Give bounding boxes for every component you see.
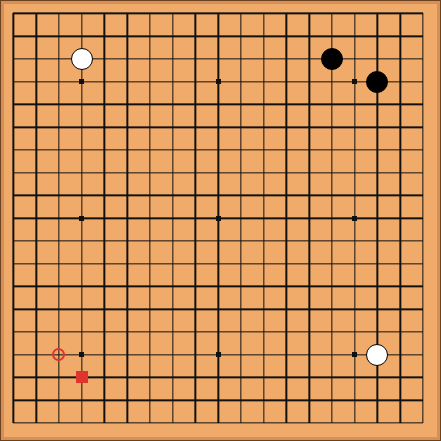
intersection-A16[interactable] (2, 70, 25, 93)
intersection-O14[interactable] (298, 116, 321, 139)
intersection-P13[interactable] (321, 139, 344, 162)
intersection-P1[interactable] (321, 412, 344, 435)
intersection-G3[interactable] (139, 366, 162, 389)
intersection-O15[interactable] (298, 93, 321, 116)
intersection-R2[interactable] (366, 389, 389, 412)
intersection-P7[interactable] (321, 275, 344, 298)
intersection-C5[interactable] (48, 321, 71, 344)
intersection-D10[interactable] (70, 207, 93, 230)
intersection-S2[interactable] (389, 389, 412, 412)
intersection-R15[interactable] (366, 93, 389, 116)
intersection-B1[interactable] (25, 412, 48, 435)
intersection-O6[interactable] (298, 298, 321, 321)
intersection-Q6[interactable] (343, 298, 366, 321)
intersection-R10[interactable] (366, 207, 389, 230)
intersection-O8[interactable] (298, 252, 321, 275)
intersection-A11[interactable] (2, 184, 25, 207)
intersection-L3[interactable] (230, 366, 253, 389)
intersection-E9[interactable] (93, 230, 116, 253)
intersection-M17[interactable] (252, 48, 275, 71)
intersection-H12[interactable] (161, 161, 184, 184)
intersection-J5[interactable] (184, 321, 207, 344)
intersection-L5[interactable] (230, 321, 253, 344)
intersection-T10[interactable] (412, 207, 435, 230)
intersection-T3[interactable] (412, 366, 435, 389)
intersection-M15[interactable] (252, 93, 275, 116)
intersection-C4[interactable] (48, 343, 71, 366)
intersection-L18[interactable] (230, 25, 253, 48)
intersection-D15[interactable] (70, 93, 93, 116)
intersection-M5[interactable] (252, 321, 275, 344)
intersection-T5[interactable] (412, 321, 435, 344)
intersection-J1[interactable] (184, 412, 207, 435)
intersection-G9[interactable] (139, 230, 162, 253)
intersection-N4[interactable] (275, 343, 298, 366)
intersection-N2[interactable] (275, 389, 298, 412)
intersection-M8[interactable] (252, 252, 275, 275)
intersection-B17[interactable] (25, 48, 48, 71)
intersection-E3[interactable] (93, 366, 116, 389)
intersection-M18[interactable] (252, 25, 275, 48)
intersection-F15[interactable] (116, 93, 139, 116)
intersection-L16[interactable] (230, 70, 253, 93)
intersection-M14[interactable] (252, 116, 275, 139)
intersection-M11[interactable] (252, 184, 275, 207)
intersection-F4[interactable] (116, 343, 139, 366)
intersection-J12[interactable] (184, 161, 207, 184)
intersection-S17[interactable] (389, 48, 412, 71)
intersection-P2[interactable] (321, 389, 344, 412)
intersection-O4[interactable] (298, 343, 321, 366)
intersection-N7[interactable] (275, 275, 298, 298)
intersection-K5[interactable] (207, 321, 230, 344)
intersection-N16[interactable] (275, 70, 298, 93)
intersection-M9[interactable] (252, 230, 275, 253)
intersection-K11[interactable] (207, 184, 230, 207)
intersection-E8[interactable] (93, 252, 116, 275)
intersection-G1[interactable] (139, 412, 162, 435)
intersection-B14[interactable] (25, 116, 48, 139)
intersection-P16[interactable] (321, 70, 344, 93)
intersection-G15[interactable] (139, 93, 162, 116)
intersection-E4[interactable] (93, 343, 116, 366)
intersection-H4[interactable] (161, 343, 184, 366)
intersection-Q3[interactable] (343, 366, 366, 389)
intersection-J3[interactable] (184, 366, 207, 389)
intersection-P9[interactable] (321, 230, 344, 253)
intersection-J11[interactable] (184, 184, 207, 207)
intersection-K4[interactable] (207, 343, 230, 366)
intersection-M1[interactable] (252, 412, 275, 435)
intersection-K14[interactable] (207, 116, 230, 139)
intersection-J16[interactable] (184, 70, 207, 93)
intersection-T8[interactable] (412, 252, 435, 275)
intersection-L1[interactable] (230, 412, 253, 435)
intersection-O11[interactable] (298, 184, 321, 207)
intersection-E10[interactable] (93, 207, 116, 230)
intersection-G16[interactable] (139, 70, 162, 93)
intersection-A14[interactable] (2, 116, 25, 139)
intersection-R9[interactable] (366, 230, 389, 253)
intersection-K3[interactable] (207, 366, 230, 389)
intersection-B11[interactable] (25, 184, 48, 207)
intersection-Q15[interactable] (343, 93, 366, 116)
intersection-D13[interactable] (70, 139, 93, 162)
intersection-O9[interactable] (298, 230, 321, 253)
intersection-A2[interactable] (2, 389, 25, 412)
intersection-Q12[interactable] (343, 161, 366, 184)
intersection-G5[interactable] (139, 321, 162, 344)
intersection-F2[interactable] (116, 389, 139, 412)
intersection-G17[interactable] (139, 48, 162, 71)
intersection-R13[interactable] (366, 139, 389, 162)
intersection-L15[interactable] (230, 93, 253, 116)
intersection-B19[interactable] (25, 2, 48, 25)
intersection-E15[interactable] (93, 93, 116, 116)
intersection-L19[interactable] (230, 2, 253, 25)
intersection-C11[interactable] (48, 184, 71, 207)
intersection-T15[interactable] (412, 93, 435, 116)
intersection-D6[interactable] (70, 298, 93, 321)
intersection-T9[interactable] (412, 230, 435, 253)
intersection-Q4[interactable] (343, 343, 366, 366)
intersection-S14[interactable] (389, 116, 412, 139)
intersection-L9[interactable] (230, 230, 253, 253)
intersection-B6[interactable] (25, 298, 48, 321)
intersection-G6[interactable] (139, 298, 162, 321)
intersection-O5[interactable] (298, 321, 321, 344)
intersection-M4[interactable] (252, 343, 275, 366)
intersection-A15[interactable] (2, 93, 25, 116)
intersection-Q13[interactable] (343, 139, 366, 162)
intersection-H2[interactable] (161, 389, 184, 412)
intersection-E6[interactable] (93, 298, 116, 321)
intersection-K17[interactable] (207, 48, 230, 71)
intersection-A4[interactable] (2, 343, 25, 366)
intersection-N10[interactable] (275, 207, 298, 230)
intersection-D3[interactable] (70, 366, 93, 389)
intersection-P8[interactable] (321, 252, 344, 275)
intersection-J18[interactable] (184, 25, 207, 48)
intersection-M10[interactable] (252, 207, 275, 230)
intersection-L6[interactable] (230, 298, 253, 321)
intersection-S11[interactable] (389, 184, 412, 207)
intersection-O17[interactable] (298, 48, 321, 71)
intersection-R17[interactable] (366, 48, 389, 71)
intersection-D1[interactable] (70, 412, 93, 435)
intersection-K6[interactable] (207, 298, 230, 321)
intersection-G18[interactable] (139, 25, 162, 48)
intersection-M7[interactable] (252, 275, 275, 298)
intersection-D18[interactable] (70, 25, 93, 48)
intersection-B16[interactable] (25, 70, 48, 93)
intersection-G11[interactable] (139, 184, 162, 207)
intersection-S19[interactable] (389, 2, 412, 25)
intersection-S4[interactable] (389, 343, 412, 366)
intersection-F18[interactable] (116, 25, 139, 48)
intersection-K7[interactable] (207, 275, 230, 298)
intersection-E12[interactable] (93, 161, 116, 184)
intersection-E5[interactable] (93, 321, 116, 344)
intersection-T11[interactable] (412, 184, 435, 207)
intersection-K10[interactable] (207, 207, 230, 230)
intersection-O18[interactable] (298, 25, 321, 48)
intersection-F16[interactable] (116, 70, 139, 93)
intersection-E1[interactable] (93, 412, 116, 435)
intersection-S10[interactable] (389, 207, 412, 230)
intersection-F6[interactable] (116, 298, 139, 321)
intersection-T1[interactable] (412, 412, 435, 435)
intersection-G2[interactable] (139, 389, 162, 412)
intersection-N8[interactable] (275, 252, 298, 275)
intersection-R8[interactable] (366, 252, 389, 275)
intersection-J8[interactable] (184, 252, 207, 275)
intersection-D4[interactable] (70, 343, 93, 366)
intersection-C16[interactable] (48, 70, 71, 93)
intersection-J19[interactable] (184, 2, 207, 25)
intersection-Q7[interactable] (343, 275, 366, 298)
intersection-N15[interactable] (275, 93, 298, 116)
intersection-N11[interactable] (275, 184, 298, 207)
intersection-J7[interactable] (184, 275, 207, 298)
intersection-T18[interactable] (412, 25, 435, 48)
intersection-B4[interactable] (25, 343, 48, 366)
intersection-A19[interactable] (2, 2, 25, 25)
intersection-R12[interactable] (366, 161, 389, 184)
intersection-T6[interactable] (412, 298, 435, 321)
intersection-A1[interactable] (2, 412, 25, 435)
intersection-P12[interactable] (321, 161, 344, 184)
intersection-H3[interactable] (161, 366, 184, 389)
intersection-F12[interactable] (116, 161, 139, 184)
intersection-G10[interactable] (139, 207, 162, 230)
intersection-D11[interactable] (70, 184, 93, 207)
intersection-G19[interactable] (139, 2, 162, 25)
intersection-K1[interactable] (207, 412, 230, 435)
intersection-F10[interactable] (116, 207, 139, 230)
intersection-K9[interactable] (207, 230, 230, 253)
intersection-J9[interactable] (184, 230, 207, 253)
intersection-K8[interactable] (207, 252, 230, 275)
intersection-B15[interactable] (25, 93, 48, 116)
intersection-C1[interactable] (48, 412, 71, 435)
intersection-P11[interactable] (321, 184, 344, 207)
intersection-F19[interactable] (116, 2, 139, 25)
intersection-K15[interactable] (207, 93, 230, 116)
intersection-T2[interactable] (412, 389, 435, 412)
intersection-P18[interactable] (321, 25, 344, 48)
intersection-F13[interactable] (116, 139, 139, 162)
intersection-S15[interactable] (389, 93, 412, 116)
intersection-J6[interactable] (184, 298, 207, 321)
intersection-Q5[interactable] (343, 321, 366, 344)
intersection-G12[interactable] (139, 161, 162, 184)
intersection-O3[interactable] (298, 366, 321, 389)
intersection-A7[interactable] (2, 275, 25, 298)
intersection-H10[interactable] (161, 207, 184, 230)
intersection-F7[interactable] (116, 275, 139, 298)
intersection-R11[interactable] (366, 184, 389, 207)
intersection-H1[interactable] (161, 412, 184, 435)
intersection-L12[interactable] (230, 161, 253, 184)
intersection-J2[interactable] (184, 389, 207, 412)
intersection-Q2[interactable] (343, 389, 366, 412)
intersection-M6[interactable] (252, 298, 275, 321)
intersection-E13[interactable] (93, 139, 116, 162)
intersection-A8[interactable] (2, 252, 25, 275)
intersection-A18[interactable] (2, 25, 25, 48)
intersection-K18[interactable] (207, 25, 230, 48)
intersection-L2[interactable] (230, 389, 253, 412)
intersection-B8[interactable] (25, 252, 48, 275)
intersection-B5[interactable] (25, 321, 48, 344)
intersection-A5[interactable] (2, 321, 25, 344)
intersection-J17[interactable] (184, 48, 207, 71)
intersection-B18[interactable] (25, 25, 48, 48)
intersection-P15[interactable] (321, 93, 344, 116)
intersection-Q16[interactable] (343, 70, 366, 93)
intersection-D14[interactable] (70, 116, 93, 139)
intersection-C18[interactable] (48, 25, 71, 48)
intersection-B9[interactable] (25, 230, 48, 253)
intersection-T16[interactable] (412, 70, 435, 93)
intersection-T12[interactable] (412, 161, 435, 184)
intersection-K2[interactable] (207, 389, 230, 412)
intersection-A10[interactable] (2, 207, 25, 230)
intersection-J4[interactable] (184, 343, 207, 366)
intersection-R6[interactable] (366, 298, 389, 321)
intersection-B7[interactable] (25, 275, 48, 298)
intersection-C13[interactable] (48, 139, 71, 162)
intersection-R16[interactable] (366, 70, 389, 93)
intersection-O7[interactable] (298, 275, 321, 298)
intersection-J10[interactable] (184, 207, 207, 230)
intersection-A6[interactable] (2, 298, 25, 321)
intersection-N12[interactable] (275, 161, 298, 184)
intersection-S1[interactable] (389, 412, 412, 435)
intersection-Q17[interactable] (343, 48, 366, 71)
intersection-A3[interactable] (2, 366, 25, 389)
intersection-Q1[interactable] (343, 412, 366, 435)
intersection-S13[interactable] (389, 139, 412, 162)
intersection-D12[interactable] (70, 161, 93, 184)
intersection-F17[interactable] (116, 48, 139, 71)
intersection-L10[interactable] (230, 207, 253, 230)
intersection-O16[interactable] (298, 70, 321, 93)
intersection-R14[interactable] (366, 116, 389, 139)
intersection-N14[interactable] (275, 116, 298, 139)
intersection-H19[interactable] (161, 2, 184, 25)
intersection-C12[interactable] (48, 161, 71, 184)
intersection-T7[interactable] (412, 275, 435, 298)
intersection-M13[interactable] (252, 139, 275, 162)
intersection-P14[interactable] (321, 116, 344, 139)
intersection-T17[interactable] (412, 48, 435, 71)
intersection-S6[interactable] (389, 298, 412, 321)
intersection-C10[interactable] (48, 207, 71, 230)
intersection-A13[interactable] (2, 139, 25, 162)
intersection-J14[interactable] (184, 116, 207, 139)
intersection-O13[interactable] (298, 139, 321, 162)
intersection-D8[interactable] (70, 252, 93, 275)
intersection-F5[interactable] (116, 321, 139, 344)
intersection-Q19[interactable] (343, 2, 366, 25)
intersection-E11[interactable] (93, 184, 116, 207)
intersection-H7[interactable] (161, 275, 184, 298)
intersection-P17[interactable] (321, 48, 344, 71)
intersection-R7[interactable] (366, 275, 389, 298)
intersection-P5[interactable] (321, 321, 344, 344)
intersection-N5[interactable] (275, 321, 298, 344)
intersection-A12[interactable] (2, 161, 25, 184)
intersection-J13[interactable] (184, 139, 207, 162)
intersection-B13[interactable] (25, 139, 48, 162)
intersection-N1[interactable] (275, 412, 298, 435)
intersection-D2[interactable] (70, 389, 93, 412)
intersection-H5[interactable] (161, 321, 184, 344)
intersection-R1[interactable] (366, 412, 389, 435)
intersection-E16[interactable] (93, 70, 116, 93)
intersection-D5[interactable] (70, 321, 93, 344)
intersection-H8[interactable] (161, 252, 184, 275)
intersection-O10[interactable] (298, 207, 321, 230)
intersection-F14[interactable] (116, 116, 139, 139)
intersection-E18[interactable] (93, 25, 116, 48)
intersection-T19[interactable] (412, 2, 435, 25)
intersection-C3[interactable] (48, 366, 71, 389)
intersection-A17[interactable] (2, 48, 25, 71)
intersection-G13[interactable] (139, 139, 162, 162)
intersection-S18[interactable] (389, 25, 412, 48)
intersection-Q14[interactable] (343, 116, 366, 139)
intersection-N13[interactable] (275, 139, 298, 162)
intersection-L7[interactable] (230, 275, 253, 298)
intersection-S9[interactable] (389, 230, 412, 253)
intersection-R18[interactable] (366, 25, 389, 48)
intersection-S7[interactable] (389, 275, 412, 298)
intersection-K13[interactable] (207, 139, 230, 162)
intersection-E14[interactable] (93, 116, 116, 139)
intersection-F3[interactable] (116, 366, 139, 389)
intersection-C7[interactable] (48, 275, 71, 298)
intersection-D7[interactable] (70, 275, 93, 298)
intersection-A9[interactable] (2, 230, 25, 253)
intersection-E19[interactable] (93, 2, 116, 25)
intersection-E7[interactable] (93, 275, 116, 298)
intersection-S3[interactable] (389, 366, 412, 389)
intersection-L11[interactable] (230, 184, 253, 207)
intersection-D16[interactable] (70, 70, 93, 93)
intersection-L14[interactable] (230, 116, 253, 139)
intersection-K19[interactable] (207, 2, 230, 25)
intersection-F1[interactable] (116, 412, 139, 435)
intersection-R3[interactable] (366, 366, 389, 389)
intersection-G14[interactable] (139, 116, 162, 139)
intersection-K12[interactable] (207, 161, 230, 184)
intersection-O2[interactable] (298, 389, 321, 412)
intersection-C9[interactable] (48, 230, 71, 253)
intersection-N19[interactable] (275, 2, 298, 25)
intersection-M16[interactable] (252, 70, 275, 93)
intersection-G7[interactable] (139, 275, 162, 298)
intersection-O1[interactable] (298, 412, 321, 435)
intersection-R5[interactable] (366, 321, 389, 344)
intersection-M19[interactable] (252, 2, 275, 25)
intersection-K16[interactable] (207, 70, 230, 93)
intersection-S16[interactable] (389, 70, 412, 93)
intersection-P4[interactable] (321, 343, 344, 366)
intersection-H14[interactable] (161, 116, 184, 139)
